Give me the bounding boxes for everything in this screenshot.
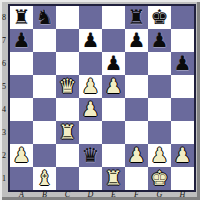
square-d4[interactable]: ♟ xyxy=(79,98,102,121)
square-h2[interactable]: ♟ xyxy=(171,144,194,167)
white-rook-c3[interactable]: ♜ xyxy=(56,121,79,144)
square-c3[interactable]: ♜ xyxy=(56,121,79,144)
square-e1[interactable]: ♜ xyxy=(102,167,125,190)
file-label-a: A xyxy=(10,190,33,200)
black-pawn-h6[interactable]: ♟ xyxy=(171,52,194,75)
square-g5[interactable] xyxy=(148,75,171,98)
black-rook-f8[interactable]: ♜ xyxy=(125,6,148,29)
square-d8[interactable] xyxy=(79,6,102,29)
square-b1[interactable]: ♝ xyxy=(33,167,56,190)
square-e8[interactable] xyxy=(102,6,125,29)
square-b7[interactable] xyxy=(33,29,56,52)
black-pawn-a7[interactable]: ♟ xyxy=(10,29,33,52)
square-f5[interactable] xyxy=(125,75,148,98)
white-pawn-a2[interactable]: ♟ xyxy=(10,144,33,167)
square-e6[interactable]: ♟ xyxy=(102,52,125,75)
white-pawn-h2[interactable]: ♟ xyxy=(171,144,194,167)
white-king-g1[interactable]: ♚ xyxy=(148,167,171,190)
square-h7[interactable] xyxy=(171,29,194,52)
square-h1[interactable] xyxy=(171,167,194,190)
square-b3[interactable] xyxy=(33,121,56,144)
square-h8[interactable] xyxy=(171,6,194,29)
square-e3[interactable] xyxy=(102,121,125,144)
rank-label-2: 2 xyxy=(0,144,8,167)
square-c5[interactable]: ♛ xyxy=(56,75,79,98)
white-pawn-d5[interactable]: ♟ xyxy=(79,75,102,98)
white-bishop-b1[interactable]: ♝ xyxy=(33,167,56,190)
square-b4[interactable] xyxy=(33,98,56,121)
chess-board: ♜♞♜♚♟♟♟♟♟♟♛♟♟♟♜♟♛♟♟♟♝♜♚ xyxy=(8,4,196,192)
square-g4[interactable] xyxy=(148,98,171,121)
square-a2[interactable]: ♟ xyxy=(10,144,33,167)
square-c7[interactable] xyxy=(56,29,79,52)
square-f4[interactable] xyxy=(125,98,148,121)
black-pawn-g7[interactable]: ♟ xyxy=(148,29,171,52)
black-pawn-f7[interactable]: ♟ xyxy=(125,29,148,52)
square-g7[interactable]: ♟ xyxy=(148,29,171,52)
file-label-d: D xyxy=(79,190,102,200)
rank-label-8: 8 xyxy=(0,6,8,29)
black-pawn-d7[interactable]: ♟ xyxy=(79,29,102,52)
white-pawn-d4[interactable]: ♟ xyxy=(79,98,102,121)
square-f3[interactable] xyxy=(125,121,148,144)
square-g8[interactable]: ♚ xyxy=(148,6,171,29)
square-c6[interactable] xyxy=(56,52,79,75)
file-label-h: H xyxy=(171,190,194,200)
file-label-b: B xyxy=(33,190,56,200)
square-d6[interactable] xyxy=(79,52,102,75)
square-b5[interactable] xyxy=(33,75,56,98)
square-c2[interactable] xyxy=(56,144,79,167)
square-f7[interactable]: ♟ xyxy=(125,29,148,52)
square-g3[interactable] xyxy=(148,121,171,144)
file-label-g: G xyxy=(148,190,171,200)
square-e2[interactable] xyxy=(102,144,125,167)
square-f6[interactable] xyxy=(125,52,148,75)
black-knight-b8[interactable]: ♞ xyxy=(33,6,56,29)
square-d3[interactable] xyxy=(79,121,102,144)
rank-label-6: 6 xyxy=(0,52,8,75)
white-queen-c5[interactable]: ♛ xyxy=(56,75,79,98)
square-f2[interactable]: ♟ xyxy=(125,144,148,167)
square-c8[interactable] xyxy=(56,6,79,29)
square-a1[interactable] xyxy=(10,167,33,190)
file-label-e: E xyxy=(102,190,125,200)
square-b6[interactable] xyxy=(33,52,56,75)
square-h3[interactable] xyxy=(171,121,194,144)
white-pawn-e5[interactable]: ♟ xyxy=(102,75,125,98)
square-a6[interactable] xyxy=(10,52,33,75)
square-c4[interactable] xyxy=(56,98,79,121)
file-label-c: C xyxy=(56,190,79,200)
square-g1[interactable]: ♚ xyxy=(148,167,171,190)
white-pawn-g2[interactable]: ♟ xyxy=(148,144,171,167)
square-d5[interactable]: ♟ xyxy=(79,75,102,98)
file-label-f: F xyxy=(125,190,148,200)
square-g6[interactable] xyxy=(148,52,171,75)
white-rook-e1[interactable]: ♜ xyxy=(102,167,125,190)
square-g2[interactable]: ♟ xyxy=(148,144,171,167)
square-d7[interactable]: ♟ xyxy=(79,29,102,52)
square-e4[interactable] xyxy=(102,98,125,121)
square-d1[interactable] xyxy=(79,167,102,190)
square-a4[interactable] xyxy=(10,98,33,121)
black-rook-a8[interactable]: ♜ xyxy=(10,6,33,29)
black-queen-d2[interactable]: ♛ xyxy=(79,144,102,167)
rank-label-7: 7 xyxy=(0,29,8,52)
rank-label-1: 1 xyxy=(0,167,8,190)
square-a3[interactable] xyxy=(10,121,33,144)
square-f8[interactable]: ♜ xyxy=(125,6,148,29)
square-e7[interactable] xyxy=(102,29,125,52)
chess-board-window: 87654321 ♜♞♜♚♟♟♟♟♟♟♛♟♟♟♜♟♛♟♟♟♝♜♚ ABCDEFG… xyxy=(0,0,200,200)
square-e5[interactable]: ♟ xyxy=(102,75,125,98)
rank-label-3: 3 xyxy=(0,121,8,144)
square-c1[interactable] xyxy=(56,167,79,190)
square-h5[interactable] xyxy=(171,75,194,98)
square-a8[interactable]: ♜ xyxy=(10,6,33,29)
square-b8[interactable]: ♞ xyxy=(33,6,56,29)
black-king-g8[interactable]: ♚ xyxy=(148,6,171,29)
square-d2[interactable]: ♛ xyxy=(79,144,102,167)
black-pawn-e6[interactable]: ♟ xyxy=(102,52,125,75)
file-labels: ABCDEFGH xyxy=(10,190,194,200)
square-a5[interactable] xyxy=(10,75,33,98)
square-b2[interactable] xyxy=(33,144,56,167)
square-f1[interactable] xyxy=(125,167,148,190)
rank-label-4: 4 xyxy=(0,98,8,121)
square-a7[interactable]: ♟ xyxy=(10,29,33,52)
square-h4[interactable] xyxy=(171,98,194,121)
white-pawn-f2[interactable]: ♟ xyxy=(125,144,148,167)
rank-label-5: 5 xyxy=(0,75,8,98)
rank-labels: 87654321 xyxy=(0,6,8,190)
square-h6[interactable]: ♟ xyxy=(171,52,194,75)
